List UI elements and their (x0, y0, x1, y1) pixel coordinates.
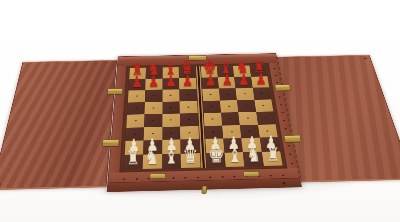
board-square[interactable] (236, 88, 255, 100)
chess-board: ♜♞♝♛♟♟♟♟♟♟♟♟♜♞♝♛ ♚♝♞♜♟♟♟♟♟♟♟♟♚♝♞♜ (119, 63, 287, 172)
chess-piece-pawn[interactable]: ♟ (145, 73, 162, 89)
chess-box-scene: ♜♞♝♛♟♟♟♟♟♟♟♟♜♞♝♛ ♚♝♞♜♟♟♟♟♟♟♟♟♚♝♞♜ (0, 48, 400, 200)
board-square[interactable]: ♞ (243, 152, 264, 167)
peg-hole (233, 176, 235, 178)
board-square[interactable]: ♟ (201, 77, 219, 89)
board-square[interactable] (162, 114, 180, 127)
peg-hole (289, 154, 291, 155)
board-square[interactable] (128, 90, 146, 102)
board-square[interactable] (256, 111, 276, 124)
brass-hook-icon (201, 186, 207, 194)
board-square[interactable]: ♝ (162, 153, 181, 168)
board-square[interactable] (238, 112, 257, 125)
board-square[interactable] (202, 89, 220, 101)
peg-hole (273, 68, 275, 69)
board-square[interactable]: ♟ (146, 78, 163, 90)
board-square[interactable]: ♟ (251, 76, 269, 88)
board-square[interactable]: ♜ (124, 154, 144, 169)
board-square[interactable] (162, 89, 179, 101)
board-square[interactable] (126, 114, 144, 127)
board-square[interactable] (145, 102, 163, 115)
peg-hole (270, 175, 272, 177)
board-square[interactable] (162, 101, 180, 114)
peg-hole (283, 120, 285, 121)
peg-hole (209, 176, 211, 178)
chess-piece-knight[interactable]: ♞ (142, 147, 162, 168)
peg-hole (276, 82, 278, 83)
chess-piece-rook[interactable]: ♜ (263, 145, 282, 165)
board-square[interactable] (252, 87, 271, 99)
peg-hole (290, 163, 292, 165)
peg-hole (123, 178, 125, 180)
board-square[interactable]: ♟ (179, 78, 196, 90)
chess-piece-pawn[interactable]: ♟ (128, 74, 145, 90)
peg-hole (282, 174, 284, 176)
board-right-half: ♚♝♞♜♟♟♟♟♟♟♟♟♚♝♞♜ (200, 65, 283, 168)
chess-piece-pawn[interactable]: ♟ (162, 73, 179, 89)
board-square[interactable]: ♚ (206, 152, 226, 167)
brass-catch-plate (243, 171, 260, 176)
peg-hole (135, 178, 137, 180)
left-lid (0, 60, 117, 190)
peg-hole (280, 104, 282, 105)
peg-hole (274, 75, 276, 76)
peg-hole (172, 177, 174, 179)
peg-hole (221, 176, 223, 178)
board-square[interactable] (220, 100, 239, 113)
board-square[interactable]: ♟ (234, 77, 252, 89)
board-inner: ♜♞♝♛♟♟♟♟♟♟♟♟♜♞♝♛ ♚♝♞♜♟♟♟♟♟♟♟♟♚♝♞♜ (123, 65, 283, 170)
board-square[interactable] (221, 112, 240, 125)
board-square[interactable] (145, 90, 162, 102)
keyhole-dot (282, 182, 285, 185)
chess-piece-bishop[interactable]: ♝ (225, 145, 244, 165)
chess-piece-pawn[interactable]: ♟ (252, 71, 269, 87)
board-square[interactable] (127, 102, 145, 115)
chess-piece-pawn[interactable]: ♟ (202, 72, 219, 88)
brass-catch-plate (150, 173, 166, 179)
board-square[interactable] (254, 99, 273, 112)
peg-hole (281, 112, 283, 113)
board-case: ♜♞♝♛♟♟♟♟♟♟♟♟♜♞♝♛ ♚♝♞♜♟♟♟♟♟♟♟♟♚♝♞♜ (107, 53, 302, 192)
peg-hole (197, 176, 199, 178)
board-square[interactable] (180, 113, 198, 126)
peg-hole (284, 128, 286, 129)
board-square[interactable]: ♟ (129, 79, 146, 91)
photo-background: ♜♞♝♛♟♟♟♟♟♟♟♟♜♞♝♛ ♚♝♞♜♟♟♟♟♟♟♟♟♚♝♞♜ (0, 0, 400, 222)
board-square[interactable]: ♟ (218, 77, 236, 89)
board-square[interactable]: ♟ (162, 78, 179, 90)
board-square[interactable] (219, 88, 237, 100)
board-left-half: ♜♞♝♛♟♟♟♟♟♟♟♟♜♞♝♛ (123, 66, 201, 170)
screw-dot (364, 58, 367, 59)
board-square[interactable] (203, 113, 222, 126)
chess-piece-bishop[interactable]: ♝ (162, 147, 182, 168)
chess-piece-pawn[interactable]: ♟ (219, 72, 236, 88)
board-square[interactable] (180, 101, 198, 114)
chess-piece-rook[interactable]: ♜ (123, 149, 143, 169)
peg-hole (184, 177, 186, 179)
board-square[interactable] (237, 100, 256, 113)
board-square[interactable]: ♛ (181, 153, 200, 168)
screw-dot (0, 183, 1, 185)
chess-piece-queen[interactable]: ♛ (181, 145, 201, 167)
board-square[interactable]: ♞ (143, 154, 162, 169)
chess-piece-king[interactable]: ♚ (206, 143, 225, 166)
peg-hole (278, 97, 280, 98)
chess-piece-pawn[interactable]: ♟ (235, 72, 252, 88)
board-square[interactable] (203, 100, 221, 113)
board-square[interactable] (144, 114, 162, 127)
chess-piece-knight[interactable]: ♞ (244, 145, 263, 165)
board-square[interactable]: ♜ (262, 151, 283, 166)
board-square[interactable] (179, 89, 196, 101)
board-square[interactable]: ♝ (224, 152, 244, 167)
brass-hinge (275, 85, 291, 91)
peg-hole (287, 145, 289, 146)
chess-piece-pawn[interactable]: ♟ (179, 73, 196, 89)
